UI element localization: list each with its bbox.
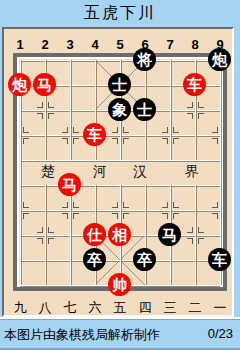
- position-mark: [23, 202, 29, 208]
- piece-black-cannon[interactable]: 炮: [208, 48, 231, 71]
- position-mark: [62, 202, 68, 208]
- piece-black-advisor[interactable]: 士: [133, 98, 156, 121]
- piece-red-horse[interactable]: 马: [33, 73, 56, 96]
- position-mark: [48, 238, 54, 244]
- piece-red-chariot[interactable]: 车: [83, 123, 106, 146]
- piece-red-general[interactable]: 帅: [108, 273, 131, 296]
- file-label-bottom: 四: [139, 299, 152, 317]
- position-mark: [123, 138, 129, 144]
- position-mark: [37, 238, 43, 244]
- file-label-top: 8: [191, 37, 198, 52]
- piece-red-advisor[interactable]: 仕: [83, 223, 106, 246]
- position-mark: [112, 202, 118, 208]
- piece-red-horse[interactable]: 马: [58, 173, 81, 196]
- position-mark: [162, 127, 168, 133]
- position-mark: [187, 238, 193, 244]
- position-mark: [212, 127, 218, 133]
- file-label-bottom: 八: [39, 299, 52, 317]
- piece-red-cannon[interactable]: 炮: [8, 73, 31, 96]
- position-mark: [48, 102, 54, 108]
- file-label-bottom: 五: [114, 299, 127, 317]
- piece-black-elephant[interactable]: 象: [108, 98, 131, 121]
- file-label-top: 2: [41, 37, 48, 52]
- piece-black-soldier[interactable]: 卒: [83, 248, 106, 271]
- position-mark: [187, 113, 193, 119]
- piece-black-horse[interactable]: 马: [158, 223, 181, 246]
- position-mark: [62, 127, 68, 133]
- position-mark: [73, 213, 79, 219]
- position-mark: [162, 138, 168, 144]
- position-mark: [187, 227, 193, 233]
- position-mark: [173, 202, 179, 208]
- position-mark: [48, 227, 54, 233]
- position-mark: [212, 138, 218, 144]
- position-mark: [123, 127, 129, 133]
- position-mark: [123, 202, 129, 208]
- piece-black-advisor[interactable]: 士: [108, 73, 131, 96]
- file-label-bottom: 三: [164, 299, 177, 317]
- river-label: 楚: [41, 163, 55, 181]
- grid-line-vertical: [195, 185, 196, 285]
- position-mark: [23, 213, 29, 219]
- position-mark: [198, 238, 204, 244]
- position-mark: [212, 202, 218, 208]
- position-mark: [23, 138, 29, 144]
- file-label-top: 7: [166, 37, 173, 52]
- river-label: 界: [185, 163, 199, 181]
- position-mark: [48, 113, 54, 119]
- position-mark: [73, 138, 79, 144]
- position-mark: [112, 127, 118, 133]
- position-mark: [73, 127, 79, 133]
- file-label-bottom: 七: [64, 299, 77, 317]
- file-label-top: 5: [116, 37, 123, 52]
- file-label-bottom: 九: [14, 299, 27, 317]
- file-label-top: 1: [16, 37, 23, 52]
- position-mark: [37, 102, 43, 108]
- position-mark: [198, 113, 204, 119]
- position-mark: [73, 202, 79, 208]
- position-mark: [173, 127, 179, 133]
- grid-line-horizontal: [20, 160, 220, 161]
- position-mark: [123, 213, 129, 219]
- position-mark: [198, 227, 204, 233]
- palace-diagonals: [0, 0, 240, 350]
- position-mark: [112, 138, 118, 144]
- position-mark: [173, 213, 179, 219]
- position-mark: [112, 213, 118, 219]
- file-label-bottom: 一: [214, 299, 227, 317]
- piece-black-soldier[interactable]: 卒: [133, 248, 156, 271]
- piece-red-elephant[interactable]: 相: [108, 223, 131, 246]
- position-mark: [173, 138, 179, 144]
- river-label: 河: [93, 163, 107, 181]
- piece-black-chariot[interactable]: 车: [208, 248, 231, 271]
- river-label: 汉: [133, 163, 147, 181]
- grid-line-vertical: [45, 185, 46, 285]
- position-mark: [162, 202, 168, 208]
- grid-line-vertical: [170, 60, 171, 160]
- position-mark: [62, 138, 68, 144]
- position-mark: [62, 213, 68, 219]
- file-label-top: 4: [91, 37, 98, 52]
- file-label-bottom: 六: [89, 299, 102, 317]
- position-mark: [37, 227, 43, 233]
- position-mark: [23, 127, 29, 133]
- position-mark: [37, 113, 43, 119]
- grid-line-vertical: [70, 60, 71, 160]
- file-label-bottom: 二: [189, 299, 202, 317]
- xiangqi-board: 123456789九八七六五四三二一楚河汉界炮马车车马仕相帅将炮士象士马卒卒车: [0, 0, 240, 350]
- file-label-top: 3: [66, 37, 73, 52]
- grid-line-vertical: [70, 185, 71, 285]
- position-mark: [162, 213, 168, 219]
- piece-red-chariot[interactable]: 车: [183, 73, 206, 96]
- position-mark: [212, 213, 218, 219]
- position-mark: [187, 102, 193, 108]
- position-mark: [198, 102, 204, 108]
- piece-black-general[interactable]: 将: [133, 48, 156, 71]
